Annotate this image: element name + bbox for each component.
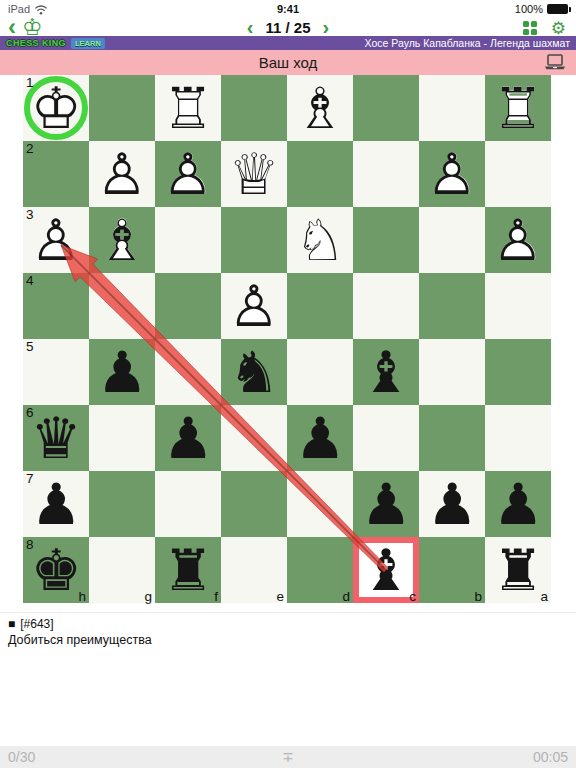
square-b8[interactable]: b — [419, 537, 485, 603]
square-a8[interactable]: a♜ — [485, 537, 551, 603]
file-label-b: b — [474, 589, 482, 604]
app-name: CHESS KING — [6, 38, 66, 48]
square-c6[interactable] — [353, 405, 419, 471]
piece-black-p-g5[interactable]: ♟ — [89, 339, 155, 405]
square-c1[interactable] — [353, 75, 419, 141]
piece-white-B-g3[interactable]: ♗ — [89, 207, 155, 273]
square-f7[interactable] — [155, 471, 221, 537]
square-h3[interactable]: 3♟♙ — [23, 207, 89, 273]
piece-white-P-f2[interactable]: ♙ — [155, 141, 221, 207]
computer-icon[interactable] — [543, 54, 567, 71]
square-c8[interactable]: c♝ — [353, 537, 419, 603]
square-e4[interactable]: ♟♙ — [221, 273, 287, 339]
puzzle-list-button[interactable] — [523, 21, 537, 35]
square-d6[interactable]: ♟ — [287, 405, 353, 471]
piece-black-r-f8[interactable]: ♜ — [155, 537, 221, 603]
timer: 00:05 — [533, 749, 568, 765]
square-c5[interactable]: ♝ — [353, 339, 419, 405]
square-b1[interactable] — [419, 75, 485, 141]
your-move-label: Ваш ход — [0, 54, 576, 71]
square-f4[interactable] — [155, 273, 221, 339]
puzzle-counter: 11 / 25 — [265, 19, 310, 36]
square-a5[interactable] — [485, 339, 551, 405]
rank-label-7: 7 — [26, 471, 34, 486]
status-bar: iPad 9:41 100% — [0, 0, 576, 20]
rank-label-3: 3 — [26, 207, 34, 222]
square-d5[interactable] — [287, 339, 353, 405]
grid-dot — [523, 21, 529, 27]
file-label-d: d — [342, 589, 350, 604]
square-h4[interactable]: 4 — [23, 273, 89, 339]
piece-black-p-b7[interactable]: ♟ — [419, 471, 485, 537]
file-label-f: f — [214, 589, 218, 604]
square-d1[interactable]: ♝♗ — [287, 75, 353, 141]
piece-black-p-f6[interactable]: ♟ — [155, 405, 221, 471]
square-g6[interactable] — [89, 405, 155, 471]
square-g3[interactable]: ♝♗ — [89, 207, 155, 273]
square-f5[interactable] — [155, 339, 221, 405]
square-e1[interactable] — [221, 75, 287, 141]
square-b5[interactable] — [419, 339, 485, 405]
square-h1[interactable]: 1♚♔ — [23, 75, 89, 141]
prev-puzzle-button[interactable]: ‹ — [247, 18, 254, 36]
file-label-h: h — [78, 589, 86, 604]
square-h6[interactable]: 6♛ — [23, 405, 89, 471]
square-h5[interactable]: 5 — [23, 339, 89, 405]
square-c2[interactable] — [353, 141, 419, 207]
piece-black-b-c5[interactable]: ♝ — [353, 339, 419, 405]
file-label-c: c — [409, 589, 416, 604]
file-label-e: e — [276, 589, 284, 604]
square-e8[interactable]: e — [221, 537, 287, 603]
piece-white-P-g2[interactable]: ♙ — [89, 141, 155, 207]
grid-dot — [523, 29, 529, 35]
square-a1[interactable]: ♜♖ — [485, 75, 551, 141]
square-h7[interactable]: 7♟ — [23, 471, 89, 537]
rank-label-2: 2 — [26, 141, 34, 156]
clock: 9:41 — [0, 3, 576, 15]
puzzle-info: ■ [#643] Добиться преимущества — [0, 612, 576, 647]
square-a2[interactable] — [485, 141, 551, 207]
square-d8[interactable]: d — [287, 537, 353, 603]
piece-black-n-e5[interactable]: ♞ — [221, 339, 287, 405]
square-b3[interactable] — [419, 207, 485, 273]
learn-badge: LEARN — [71, 38, 105, 49]
next-puzzle-button[interactable]: › — [323, 18, 330, 36]
square-h8[interactable]: 8h♚ — [23, 537, 89, 603]
piece-white-Q-e2[interactable]: ♕ — [221, 141, 287, 207]
piece-white-B-d1[interactable]: ♗ — [287, 75, 353, 141]
square-a4[interactable] — [485, 273, 551, 339]
prompt-bar: Ваш ход — [0, 50, 576, 75]
evaluation-symbol: ∓ — [0, 749, 576, 765]
square-a7[interactable]: ♟ — [485, 471, 551, 537]
square-g8[interactable]: g — [89, 537, 155, 603]
square-f3[interactable] — [155, 207, 221, 273]
piece-black-p-d6[interactable]: ♟ — [287, 405, 353, 471]
puzzle-id: [#643] — [20, 617, 53, 631]
rank-label-6: 6 — [26, 405, 34, 420]
board-grid: 1♚♔♜♖♝♗♜♖2♟♙♟♙♛♕♟♙3♟♙♝♗♞♘♟♙4♟♙5♟♞♝6♛♟♟7♟… — [23, 75, 551, 603]
square-g4[interactable] — [89, 273, 155, 339]
battery-icon — [547, 4, 568, 14]
square-g2[interactable]: ♟♙ — [89, 141, 155, 207]
square-a3[interactable]: ♟♙ — [485, 207, 551, 273]
piece-white-R-a1[interactable]: ♖ — [485, 75, 551, 141]
grid-dot — [531, 29, 537, 35]
square-g7[interactable] — [89, 471, 155, 537]
square-f1[interactable]: ♜♖ — [155, 75, 221, 141]
battery-percent: 100% — [515, 3, 543, 15]
square-g1[interactable] — [89, 75, 155, 141]
grid-dot — [531, 21, 537, 27]
square-g5[interactable]: ♟ — [89, 339, 155, 405]
nav-bar: ‹ ♔ ‹ 11 / 25 › ⚙ — [0, 20, 576, 37]
bottom-toolbar: 0/30 ∓ 00:05 — [0, 746, 576, 768]
square-d7[interactable] — [287, 471, 353, 537]
square-d3[interactable]: ♞♘ — [287, 207, 353, 273]
rank-label-4: 4 — [26, 273, 34, 288]
square-e3[interactable] — [221, 207, 287, 273]
rank-label-1: 1 — [26, 75, 34, 90]
square-c3[interactable] — [353, 207, 419, 273]
puzzle-task: Добиться преимущества — [8, 633, 568, 647]
square-b7[interactable]: ♟ — [419, 471, 485, 537]
chess-board[interactable]: 1♚♔♜♖♝♗♜♖2♟♙♟♙♛♕♟♙3♟♙♝♗♞♘♟♙4♟♙5♟♞♝6♛♟♟7♟… — [23, 75, 551, 603]
settings-gear-button[interactable]: ⚙ — [551, 20, 566, 36]
brand-bar: CHESS KING LEARN Хосе Рауль Капабланка -… — [0, 36, 576, 50]
rank-label-8: 8 — [26, 537, 34, 552]
side-to-move-indicator: ■ — [8, 617, 15, 631]
piece-white-P-e4[interactable]: ♙ — [221, 273, 287, 339]
piece-white-R-f1[interactable]: ♖ — [155, 75, 221, 141]
square-d4[interactable] — [287, 273, 353, 339]
square-h2[interactable]: 2 — [23, 141, 89, 207]
rank-label-5: 5 — [26, 339, 34, 354]
square-d2[interactable] — [287, 141, 353, 207]
square-e2[interactable]: ♛♕ — [221, 141, 287, 207]
square-f8[interactable]: f♜ — [155, 537, 221, 603]
square-a6[interactable] — [485, 405, 551, 471]
file-label-a: a — [540, 589, 548, 604]
file-label-g: g — [144, 589, 152, 604]
square-e5[interactable]: ♞ — [221, 339, 287, 405]
square-e7[interactable] — [221, 471, 287, 537]
square-c7[interactable]: ♟ — [353, 471, 419, 537]
square-b2[interactable]: ♟♙ — [419, 141, 485, 207]
square-c4[interactable] — [353, 273, 419, 339]
piece-white-N-d3[interactable]: ♘ — [287, 207, 353, 273]
screen: iPad 9:41 100% ‹ ♔ ‹ 11 / 25 › — [0, 0, 576, 768]
square-b4[interactable] — [419, 273, 485, 339]
square-b6[interactable] — [419, 405, 485, 471]
square-e6[interactable] — [221, 405, 287, 471]
course-title: Хосе Рауль Капабланка - Легенда шахмат — [365, 37, 570, 49]
square-f6[interactable]: ♟ — [155, 405, 221, 471]
piece-black-p-c7[interactable]: ♟ — [353, 471, 419, 537]
piece-white-P-a3[interactable]: ♙ — [485, 207, 551, 273]
piece-black-p-a7[interactable]: ♟ — [485, 471, 551, 537]
piece-white-P-b2[interactable]: ♙ — [419, 141, 485, 207]
square-f2[interactable]: ♟♙ — [155, 141, 221, 207]
